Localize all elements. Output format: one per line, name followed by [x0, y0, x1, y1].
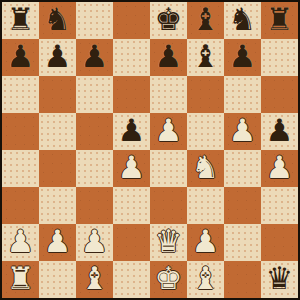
square-e4[interactable] — [150, 150, 187, 187]
square-g6[interactable] — [224, 76, 261, 113]
square-d7[interactable] — [113, 39, 150, 76]
square-g1[interactable] — [224, 261, 261, 298]
square-f2[interactable]: ♟ — [187, 224, 224, 261]
square-b8[interactable]: ♞ — [39, 2, 76, 39]
square-c2[interactable]: ♟ — [76, 224, 113, 261]
black-rook[interactable]: ♜ — [7, 4, 35, 35]
square-h5[interactable]: ♟ — [261, 113, 298, 150]
square-b4[interactable] — [39, 150, 76, 187]
black-queen[interactable]: ♛ — [266, 263, 294, 294]
square-d4[interactable]: ♟ — [113, 150, 150, 187]
square-a2[interactable]: ♟ — [2, 224, 39, 261]
square-b1[interactable] — [39, 261, 76, 298]
square-d5[interactable]: ♟ — [113, 113, 150, 150]
black-pawn[interactable]: ♟ — [229, 41, 257, 72]
square-h1[interactable]: ♛ — [261, 261, 298, 298]
square-e3[interactable] — [150, 187, 187, 224]
square-a4[interactable] — [2, 150, 39, 187]
black-bishop[interactable]: ♝ — [192, 41, 220, 72]
square-f5[interactable] — [187, 113, 224, 150]
square-d3[interactable] — [113, 187, 150, 224]
square-c8[interactable] — [76, 2, 113, 39]
square-h8[interactable]: ♜ — [261, 2, 298, 39]
square-c1[interactable]: ♝ — [76, 261, 113, 298]
black-pawn[interactable]: ♟ — [266, 115, 294, 146]
square-h3[interactable] — [261, 187, 298, 224]
square-e6[interactable] — [150, 76, 187, 113]
square-f7[interactable]: ♝ — [187, 39, 224, 76]
square-h2[interactable] — [261, 224, 298, 261]
square-b3[interactable] — [39, 187, 76, 224]
black-bishop[interactable]: ♝ — [192, 4, 220, 35]
white-pawn[interactable]: ♟ — [7, 226, 35, 257]
black-knight[interactable]: ♞ — [229, 4, 257, 35]
white-pawn[interactable]: ♟ — [155, 115, 183, 146]
square-d2[interactable] — [113, 224, 150, 261]
square-a1[interactable]: ♜ — [2, 261, 39, 298]
white-pawn[interactable]: ♟ — [44, 226, 72, 257]
square-d1[interactable] — [113, 261, 150, 298]
square-g7[interactable]: ♟ — [224, 39, 261, 76]
square-c3[interactable] — [76, 187, 113, 224]
square-h7[interactable] — [261, 39, 298, 76]
white-pawn[interactable]: ♟ — [81, 226, 109, 257]
square-b5[interactable] — [39, 113, 76, 150]
square-g4[interactable] — [224, 150, 261, 187]
white-bishop[interactable]: ♝ — [192, 263, 220, 294]
black-pawn[interactable]: ♟ — [44, 41, 72, 72]
square-d6[interactable] — [113, 76, 150, 113]
black-king[interactable]: ♚ — [155, 4, 183, 35]
square-g2[interactable] — [224, 224, 261, 261]
square-f6[interactable] — [187, 76, 224, 113]
white-pawn[interactable]: ♟ — [266, 152, 294, 183]
square-d8[interactable] — [113, 2, 150, 39]
black-pawn[interactable]: ♟ — [7, 41, 35, 72]
square-f3[interactable] — [187, 187, 224, 224]
square-e2[interactable]: ♛ — [150, 224, 187, 261]
square-f4[interactable]: ♞ — [187, 150, 224, 187]
square-b7[interactable]: ♟ — [39, 39, 76, 76]
white-pawn[interactable]: ♟ — [229, 115, 257, 146]
square-e7[interactable]: ♟ — [150, 39, 187, 76]
white-queen[interactable]: ♛ — [155, 226, 183, 257]
square-a7[interactable]: ♟ — [2, 39, 39, 76]
black-knight[interactable]: ♞ — [44, 4, 72, 35]
square-e1[interactable]: ♚ — [150, 261, 187, 298]
black-pawn[interactable]: ♟ — [118, 115, 146, 146]
square-b6[interactable] — [39, 76, 76, 113]
square-f8[interactable]: ♝ — [187, 2, 224, 39]
chess-board: ♜♞♚♝♞♜♟♟♟♟♝♟♟♟♟♟♟♞♟♟♟♟♛♟♜♝♚♝♛ — [0, 0, 300, 300]
square-e8[interactable]: ♚ — [150, 2, 187, 39]
square-c7[interactable]: ♟ — [76, 39, 113, 76]
square-e5[interactable]: ♟ — [150, 113, 187, 150]
square-c6[interactable] — [76, 76, 113, 113]
square-b2[interactable]: ♟ — [39, 224, 76, 261]
square-g3[interactable] — [224, 187, 261, 224]
square-g5[interactable]: ♟ — [224, 113, 261, 150]
square-h4[interactable]: ♟ — [261, 150, 298, 187]
black-rook[interactable]: ♜ — [266, 4, 294, 35]
square-a8[interactable]: ♜ — [2, 2, 39, 39]
square-h6[interactable] — [261, 76, 298, 113]
square-g8[interactable]: ♞ — [224, 2, 261, 39]
black-pawn[interactable]: ♟ — [155, 41, 183, 72]
white-pawn[interactable]: ♟ — [118, 152, 146, 183]
black-pawn[interactable]: ♟ — [81, 41, 109, 72]
white-king[interactable]: ♚ — [155, 263, 183, 294]
white-pawn[interactable]: ♟ — [192, 226, 220, 257]
square-a5[interactable] — [2, 113, 39, 150]
white-bishop[interactable]: ♝ — [81, 263, 109, 294]
square-c4[interactable] — [76, 150, 113, 187]
square-a6[interactable] — [2, 76, 39, 113]
white-knight[interactable]: ♞ — [192, 152, 220, 183]
white-rook[interactable]: ♜ — [7, 263, 35, 294]
square-f1[interactable]: ♝ — [187, 261, 224, 298]
square-c5[interactable] — [76, 113, 113, 150]
square-a3[interactable] — [2, 187, 39, 224]
